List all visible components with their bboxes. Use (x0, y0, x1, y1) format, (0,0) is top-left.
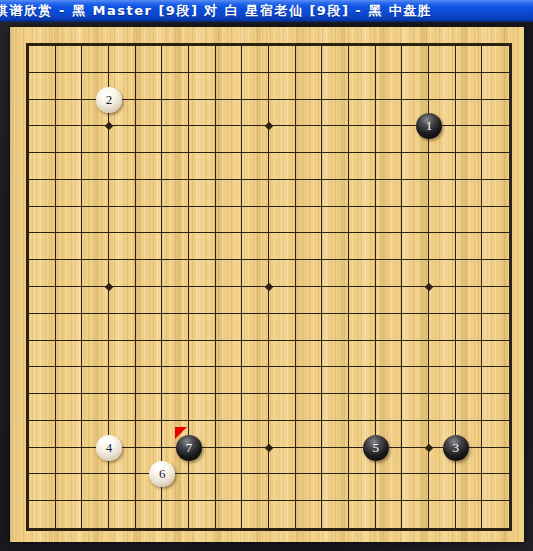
grid-cell (349, 207, 376, 234)
grid-cell (82, 233, 109, 260)
grid-cell (322, 421, 349, 448)
grid-cell (136, 421, 163, 448)
grid-cell (242, 287, 269, 314)
kifu-viewer-window: 棋谱欣赏 - 黑 Master [9段] 对 白 星宿老仙 [9段] - 黑 中… (0, 0, 533, 551)
grid-cell (482, 100, 509, 127)
grid-cell (402, 260, 429, 287)
grid-cell (136, 501, 163, 528)
grid-cell (402, 314, 429, 341)
grid-cell (296, 314, 323, 341)
grid-cell (269, 73, 296, 100)
grid-cell (189, 260, 216, 287)
grid-cell (429, 260, 456, 287)
grid-cell (162, 233, 189, 260)
grid-cell (216, 287, 243, 314)
grid-cell (456, 260, 483, 287)
grid-cell (56, 394, 83, 421)
grid-cell (376, 126, 403, 153)
grid-cell (242, 260, 269, 287)
grid-cell (269, 46, 296, 73)
grid-cell (322, 126, 349, 153)
grid-cell (29, 341, 56, 368)
grid-cell (402, 153, 429, 180)
grid-cell (162, 207, 189, 234)
grid-cell (56, 367, 83, 394)
grid-cell (242, 448, 269, 475)
grid-cell (429, 367, 456, 394)
grid-cell (349, 233, 376, 260)
grid-cell (482, 153, 509, 180)
stone-black-move-7[interactable]: 7 (176, 435, 202, 461)
grid-cell (402, 341, 429, 368)
grid-cell (322, 73, 349, 100)
grid-cell (349, 73, 376, 100)
grid-cell (189, 287, 216, 314)
board-frame: 1234567 (0, 22, 533, 551)
grid-cell (216, 46, 243, 73)
stone-white-move-4[interactable]: 4 (96, 435, 122, 461)
grid-cell (216, 233, 243, 260)
grid-cell (402, 233, 429, 260)
grid-cell (296, 73, 323, 100)
grid-cell (29, 394, 56, 421)
grid-cell (456, 287, 483, 314)
grid-cell (376, 474, 403, 501)
grid-cell (349, 153, 376, 180)
grid-cell (82, 367, 109, 394)
grid-cell (456, 180, 483, 207)
grid-cell (56, 233, 83, 260)
grid-cell (269, 367, 296, 394)
grid-cell (402, 73, 429, 100)
grid-cell (322, 46, 349, 73)
grid-cell (56, 474, 83, 501)
grid-cell (349, 314, 376, 341)
grid-cell (456, 474, 483, 501)
grid-cell (109, 287, 136, 314)
grid-cell (109, 260, 136, 287)
grid-cell (136, 180, 163, 207)
grid-cell (216, 421, 243, 448)
grid-cell (56, 314, 83, 341)
grid-cell (429, 207, 456, 234)
grid-cell (429, 501, 456, 528)
grid-cell (216, 341, 243, 368)
grid-cell (29, 207, 56, 234)
grid-cell (109, 501, 136, 528)
grid-cell (296, 126, 323, 153)
grid-cell (242, 207, 269, 234)
grid-cell (242, 501, 269, 528)
grid-cell (322, 260, 349, 287)
grid-cell (56, 260, 83, 287)
grid-cell (296, 153, 323, 180)
grid-cell (349, 501, 376, 528)
grid-cell (216, 474, 243, 501)
grid-cell (82, 207, 109, 234)
grid-cell (376, 501, 403, 528)
grid-cell (349, 287, 376, 314)
grid-cell (349, 126, 376, 153)
grid-cell (322, 448, 349, 475)
grid-cell (376, 260, 403, 287)
grid-cell (56, 153, 83, 180)
grid-cell (136, 207, 163, 234)
stone-white-move-2[interactable]: 2 (96, 87, 122, 113)
grid-cell (322, 341, 349, 368)
window-title: 棋谱欣赏 - 黑 Master [9段] 对 白 星宿老仙 [9段] - 黑 中… (0, 2, 432, 20)
grid-cell (136, 314, 163, 341)
grid-cell (402, 180, 429, 207)
grid-cell (322, 314, 349, 341)
grid-cell (482, 233, 509, 260)
grid-cell (322, 287, 349, 314)
grid-cell (269, 207, 296, 234)
grid-cell (482, 394, 509, 421)
grid-cell (162, 287, 189, 314)
grid-cell (296, 448, 323, 475)
grid-cell (162, 394, 189, 421)
grid-cell (429, 233, 456, 260)
grid-cell (189, 207, 216, 234)
grid-cell (349, 341, 376, 368)
grid-cell (162, 501, 189, 528)
grid-cell (376, 367, 403, 394)
grid-cell (322, 207, 349, 234)
grid-cell (82, 394, 109, 421)
grid-cell (242, 367, 269, 394)
grid-cell (189, 126, 216, 153)
grid-cell (349, 46, 376, 73)
grid-cell (242, 180, 269, 207)
grid-cell (269, 233, 296, 260)
grid-cell (269, 421, 296, 448)
grid-cell (162, 126, 189, 153)
grid-cell (322, 394, 349, 421)
grid-cell (349, 260, 376, 287)
grid-cell (269, 474, 296, 501)
grid-cell (82, 341, 109, 368)
grid-cell (136, 287, 163, 314)
grid-cell (82, 126, 109, 153)
grid-cell (109, 126, 136, 153)
grid-cell (189, 46, 216, 73)
grid-cell (269, 394, 296, 421)
grid-cell (482, 448, 509, 475)
grid-cell (29, 287, 56, 314)
grid-cell (482, 421, 509, 448)
grid-cell (216, 448, 243, 475)
grid-cell (82, 501, 109, 528)
grid-cell (376, 314, 403, 341)
grid-cell (216, 260, 243, 287)
grid-cell (456, 46, 483, 73)
grid-cell (29, 100, 56, 127)
goban-grid[interactable]: 1234567 (26, 43, 512, 531)
grid-cell (322, 233, 349, 260)
grid-cell (482, 126, 509, 153)
grid-cell (402, 501, 429, 528)
grid-cell (162, 314, 189, 341)
grid-cell (456, 314, 483, 341)
grid-cell (162, 341, 189, 368)
grid-cell (349, 100, 376, 127)
grid-cell (296, 207, 323, 234)
stone-white-move-6[interactable]: 6 (149, 461, 175, 487)
grid-cell (216, 126, 243, 153)
grid-cell (109, 394, 136, 421)
grid-cell (482, 367, 509, 394)
grid-cell (29, 73, 56, 100)
grid-cell (82, 46, 109, 73)
grid-cell (296, 100, 323, 127)
grid-cell (376, 180, 403, 207)
grid-cell (296, 394, 323, 421)
grid-cell (269, 260, 296, 287)
grid-cell (242, 233, 269, 260)
grid-cell (482, 260, 509, 287)
grid-cell (216, 207, 243, 234)
grid-cell (429, 153, 456, 180)
grid-cell (189, 100, 216, 127)
grid-cell (136, 260, 163, 287)
grid-cell (136, 73, 163, 100)
grid-cell (456, 501, 483, 528)
grid-cell (269, 126, 296, 153)
grid-cell (109, 474, 136, 501)
grid-cell (456, 153, 483, 180)
grid-cell (29, 421, 56, 448)
grid-cell (349, 367, 376, 394)
grid-cell (189, 501, 216, 528)
grid-cell (269, 501, 296, 528)
grid-cell (456, 100, 483, 127)
grid-cell (189, 180, 216, 207)
grid-cell (429, 394, 456, 421)
grid-cell (376, 233, 403, 260)
grid-cell (269, 180, 296, 207)
grid-cell (269, 341, 296, 368)
grid-cell (29, 367, 56, 394)
grid-cell (109, 153, 136, 180)
grid-cell (56, 126, 83, 153)
grid-cell (429, 180, 456, 207)
grid-cell (29, 448, 56, 475)
grid-cell (482, 341, 509, 368)
grid-cell (162, 367, 189, 394)
grid-cell (56, 501, 83, 528)
grid-cell (296, 287, 323, 314)
grid-cell (376, 341, 403, 368)
grid-cell (136, 341, 163, 368)
grid-cell (216, 501, 243, 528)
grid-cell (82, 153, 109, 180)
grid-cell (429, 474, 456, 501)
grid-cell (56, 421, 83, 448)
grid-cell (456, 367, 483, 394)
grid-cell (322, 153, 349, 180)
grid-cell (242, 153, 269, 180)
grid-cell (29, 474, 56, 501)
grid-cell (269, 153, 296, 180)
grid-cell (402, 394, 429, 421)
grid-cell (376, 207, 403, 234)
grid-cell (189, 341, 216, 368)
grid-cell (376, 100, 403, 127)
grid-cell (82, 314, 109, 341)
grid-cell (189, 394, 216, 421)
grid-cell (296, 421, 323, 448)
grid-cell (402, 421, 429, 448)
grid-cell (29, 314, 56, 341)
grid-cell (109, 341, 136, 368)
grid-cell (322, 180, 349, 207)
grid-cell (162, 153, 189, 180)
grid-cell (109, 207, 136, 234)
grid-cell (349, 394, 376, 421)
grid-cell (216, 100, 243, 127)
grid-cell (242, 46, 269, 73)
grid-cell (269, 314, 296, 341)
grid-cell (296, 180, 323, 207)
grid-cell (56, 180, 83, 207)
grid-cell (29, 126, 56, 153)
grid-cell (82, 260, 109, 287)
grid-cell (56, 100, 83, 127)
grid-cell (109, 314, 136, 341)
grid-cell (242, 126, 269, 153)
grid-cell (189, 233, 216, 260)
grid-cell (482, 501, 509, 528)
grid-cell (189, 153, 216, 180)
grid-cell (402, 474, 429, 501)
grid-cell (189, 73, 216, 100)
grid-cell (456, 207, 483, 234)
grid-cell (402, 46, 429, 73)
grid-cell (429, 46, 456, 73)
grid-cell (296, 367, 323, 394)
grid-cell (136, 394, 163, 421)
grid-cell (456, 73, 483, 100)
grid-cell (402, 287, 429, 314)
grid-cell (482, 474, 509, 501)
grid-cell (136, 46, 163, 73)
grid-cell (269, 100, 296, 127)
grid-cell (296, 474, 323, 501)
grid-cell (376, 73, 403, 100)
grid-cell (162, 260, 189, 287)
grid-cell (136, 233, 163, 260)
grid-cell (162, 46, 189, 73)
grid-cell (109, 180, 136, 207)
grid-cell (29, 180, 56, 207)
grid-cell (242, 394, 269, 421)
grid-cell (242, 474, 269, 501)
grid-cell (349, 474, 376, 501)
grid-cell (242, 73, 269, 100)
grid-cell (456, 233, 483, 260)
grid-cell (482, 180, 509, 207)
grid-cell (322, 474, 349, 501)
grid-cell (322, 501, 349, 528)
grid-cell (216, 153, 243, 180)
grid-cell (402, 448, 429, 475)
grid-cell (269, 287, 296, 314)
grid-cell (402, 207, 429, 234)
grid-cell (29, 233, 56, 260)
stone-black-move-3[interactable]: 3 (443, 435, 469, 461)
stone-black-move-5[interactable]: 5 (363, 435, 389, 461)
grid-cell (56, 341, 83, 368)
grid-cell (376, 46, 403, 73)
grid-cell (482, 207, 509, 234)
grid-cell (189, 314, 216, 341)
grid-cell (429, 314, 456, 341)
grid-cell (482, 314, 509, 341)
grid-cell (56, 287, 83, 314)
window-titlebar[interactable]: 棋谱欣赏 - 黑 Master [9段] 对 白 星宿老仙 [9段] - 黑 中… (0, 0, 533, 22)
grid-cell (322, 100, 349, 127)
grid-cell (56, 73, 83, 100)
grid-cell (82, 180, 109, 207)
grid-cell (162, 180, 189, 207)
stone-black-move-1[interactable]: 1 (416, 113, 442, 139)
grid-cell (429, 287, 456, 314)
grid-cell (482, 287, 509, 314)
grid-cell (456, 341, 483, 368)
grid-cell (82, 474, 109, 501)
grid-cell (296, 341, 323, 368)
grid-cell (216, 394, 243, 421)
grid-cell (162, 100, 189, 127)
grid-cell (216, 180, 243, 207)
grid-cell (296, 501, 323, 528)
grid-cell (456, 126, 483, 153)
grid-cell (29, 501, 56, 528)
grid-cell (242, 421, 269, 448)
grid-cell (109, 46, 136, 73)
grid-cell (216, 73, 243, 100)
grid-cell (376, 153, 403, 180)
grid-cell (189, 474, 216, 501)
grid-cell (136, 153, 163, 180)
grid-cell (429, 73, 456, 100)
grid-cell (456, 394, 483, 421)
grid-cell (29, 46, 56, 73)
grid-cell (482, 46, 509, 73)
grid-cell (242, 100, 269, 127)
grid-cell (402, 367, 429, 394)
grid-cell (56, 448, 83, 475)
grid-cell (136, 367, 163, 394)
grid-cell (162, 73, 189, 100)
grid-cell (109, 367, 136, 394)
grid-cell (242, 341, 269, 368)
grid-cell (216, 367, 243, 394)
grid-cell (56, 46, 83, 73)
grid-cell (429, 341, 456, 368)
grid-cell (296, 260, 323, 287)
goban-board: 1234567 (10, 27, 524, 542)
grid-cell (29, 153, 56, 180)
grid-cell (269, 448, 296, 475)
grid-cell (349, 180, 376, 207)
grid-cell (242, 314, 269, 341)
grid-cell (56, 207, 83, 234)
grid-cell (296, 46, 323, 73)
grid-cell (376, 287, 403, 314)
grid-cell (82, 287, 109, 314)
